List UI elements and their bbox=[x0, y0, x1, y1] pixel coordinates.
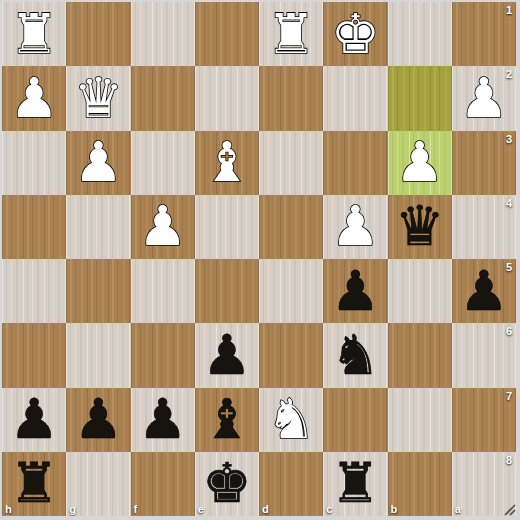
square-h5[interactable] bbox=[2, 259, 66, 323]
square-c3[interactable] bbox=[323, 131, 387, 195]
square-c8[interactable]: ♜c bbox=[323, 452, 387, 516]
square-c4[interactable]: ♟ bbox=[323, 195, 387, 259]
square-b5[interactable] bbox=[388, 259, 452, 323]
white-rook[interactable]: ♜ bbox=[266, 7, 315, 62]
square-g8[interactable]: g bbox=[66, 452, 130, 516]
square-b2-last-move-from[interactable] bbox=[388, 66, 452, 130]
square-h6[interactable] bbox=[2, 323, 66, 387]
black-queen[interactable]: ♛ bbox=[395, 199, 444, 254]
square-a7[interactable]: 7 bbox=[452, 388, 516, 452]
rank-label-3: 3 bbox=[506, 133, 512, 145]
square-g3[interactable]: ♟ bbox=[66, 131, 130, 195]
square-e7[interactable]: ♝ bbox=[195, 388, 259, 452]
square-d4[interactable] bbox=[259, 195, 323, 259]
black-king[interactable]: ♚ bbox=[202, 456, 251, 511]
square-e8[interactable]: ♚e bbox=[195, 452, 259, 516]
square-h4[interactable] bbox=[2, 195, 66, 259]
square-b7[interactable] bbox=[388, 388, 452, 452]
square-g1[interactable] bbox=[66, 2, 130, 66]
square-e1[interactable] bbox=[195, 2, 259, 66]
square-a5[interactable]: ♟5 bbox=[452, 259, 516, 323]
square-a6[interactable]: 6 bbox=[452, 323, 516, 387]
square-f6[interactable] bbox=[131, 323, 195, 387]
black-bishop[interactable]: ♝ bbox=[202, 392, 251, 447]
square-e4[interactable] bbox=[195, 195, 259, 259]
square-e2[interactable] bbox=[195, 66, 259, 130]
black-pawn[interactable]: ♟ bbox=[459, 264, 508, 319]
square-a2[interactable]: ♟2 bbox=[452, 66, 516, 130]
white-queen[interactable]: ♛ bbox=[74, 71, 123, 126]
square-b6[interactable] bbox=[388, 323, 452, 387]
white-pawn[interactable]: ♟ bbox=[459, 71, 508, 126]
white-pawn[interactable]: ♟ bbox=[74, 135, 123, 190]
black-pawn[interactable]: ♟ bbox=[74, 392, 123, 447]
square-d5[interactable] bbox=[259, 259, 323, 323]
square-g5[interactable] bbox=[66, 259, 130, 323]
square-h3[interactable] bbox=[2, 131, 66, 195]
square-b3-last-move-to[interactable]: ♟ bbox=[388, 131, 452, 195]
square-d8[interactable]: d bbox=[259, 452, 323, 516]
square-e3[interactable]: ♝ bbox=[195, 131, 259, 195]
square-e6[interactable]: ♟ bbox=[195, 323, 259, 387]
square-h2[interactable]: ♟ bbox=[2, 66, 66, 130]
black-pawn[interactable]: ♟ bbox=[9, 392, 58, 447]
white-king[interactable]: ♚ bbox=[331, 7, 380, 62]
square-f7[interactable]: ♟ bbox=[131, 388, 195, 452]
square-d7[interactable]: ♞ bbox=[259, 388, 323, 452]
square-b4[interactable]: ♛ bbox=[388, 195, 452, 259]
square-g7[interactable]: ♟ bbox=[66, 388, 130, 452]
white-bishop[interactable]: ♝ bbox=[202, 135, 251, 190]
white-knight[interactable]: ♞ bbox=[266, 392, 315, 447]
rank-label-8: 8 bbox=[506, 454, 512, 466]
square-b1[interactable] bbox=[388, 2, 452, 66]
square-f2[interactable] bbox=[131, 66, 195, 130]
square-c1[interactable]: ♚ bbox=[323, 2, 387, 66]
square-f8[interactable]: f bbox=[131, 452, 195, 516]
square-h7[interactable]: ♟ bbox=[2, 388, 66, 452]
square-g2[interactable]: ♛ bbox=[66, 66, 130, 130]
file-label-a: a bbox=[455, 503, 461, 515]
square-a4[interactable]: 4 bbox=[452, 195, 516, 259]
square-e5[interactable] bbox=[195, 259, 259, 323]
white-pawn[interactable]: ♟ bbox=[331, 199, 380, 254]
white-pawn[interactable]: ♟ bbox=[138, 199, 187, 254]
square-c5[interactable]: ♟ bbox=[323, 259, 387, 323]
black-knight[interactable]: ♞ bbox=[331, 328, 380, 383]
square-f5[interactable] bbox=[131, 259, 195, 323]
square-f3[interactable] bbox=[131, 131, 195, 195]
black-pawn[interactable]: ♟ bbox=[138, 392, 187, 447]
rank-label-6: 6 bbox=[506, 325, 512, 337]
square-a1[interactable]: 1 bbox=[452, 2, 516, 66]
square-d6[interactable] bbox=[259, 323, 323, 387]
black-rook[interactable]: ♜ bbox=[9, 456, 58, 511]
square-a3[interactable]: 3 bbox=[452, 131, 516, 195]
board-resize-handle-icon[interactable] bbox=[504, 504, 516, 516]
square-d1[interactable]: ♜ bbox=[259, 2, 323, 66]
square-c2[interactable] bbox=[323, 66, 387, 130]
square-c7[interactable] bbox=[323, 388, 387, 452]
black-rook[interactable]: ♜ bbox=[331, 456, 380, 511]
chess-board: ♜♜♚1♟♛♟2♟♝♟3♟♟♛4♟♟5♟♞6♟♟♟♝♞7♜hgf♚ed♜cba8 bbox=[2, 2, 516, 516]
square-f1[interactable] bbox=[131, 2, 195, 66]
square-b8[interactable]: b bbox=[388, 452, 452, 516]
square-d2[interactable] bbox=[259, 66, 323, 130]
rank-label-7: 7 bbox=[506, 390, 512, 402]
file-label-d: d bbox=[262, 503, 269, 515]
white-rook[interactable]: ♜ bbox=[9, 7, 58, 62]
square-g4[interactable] bbox=[66, 195, 130, 259]
rank-label-4: 4 bbox=[506, 197, 512, 209]
square-f4[interactable]: ♟ bbox=[131, 195, 195, 259]
square-d3[interactable] bbox=[259, 131, 323, 195]
square-h8[interactable]: ♜h bbox=[2, 452, 66, 516]
black-pawn[interactable]: ♟ bbox=[202, 328, 251, 383]
file-label-g: g bbox=[69, 503, 76, 515]
white-pawn[interactable]: ♟ bbox=[395, 135, 444, 190]
black-pawn[interactable]: ♟ bbox=[331, 264, 380, 319]
square-g6[interactable] bbox=[66, 323, 130, 387]
white-pawn[interactable]: ♟ bbox=[9, 71, 58, 126]
file-label-b: b bbox=[391, 503, 398, 515]
rank-label-1: 1 bbox=[506, 4, 512, 16]
file-label-f: f bbox=[134, 503, 138, 515]
square-h1[interactable]: ♜ bbox=[2, 2, 66, 66]
square-c6[interactable]: ♞ bbox=[323, 323, 387, 387]
